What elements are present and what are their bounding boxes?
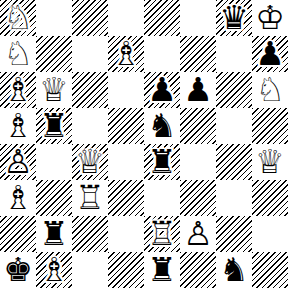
square-b2[interactable]: ♜ xyxy=(36,216,72,252)
square-e2[interactable]: ♖ xyxy=(144,216,180,252)
square-c1[interactable] xyxy=(72,252,108,288)
piece-white-bishop: ♗ xyxy=(3,108,33,144)
square-h7[interactable]: ♟ xyxy=(252,36,288,72)
piece-white-queen: ♕ xyxy=(255,144,285,180)
square-f7[interactable] xyxy=(180,36,216,72)
square-h1[interactable] xyxy=(252,252,288,288)
square-e6[interactable]: ♟ xyxy=(144,72,180,108)
square-a8[interactable]: ♘ xyxy=(0,0,36,36)
square-a4[interactable]: ♙ xyxy=(0,144,36,180)
square-c2[interactable] xyxy=(72,216,108,252)
square-c3[interactable]: ♖ xyxy=(72,180,108,216)
piece-white-knight: ♘ xyxy=(3,0,33,36)
square-c6[interactable] xyxy=(72,72,108,108)
square-c4[interactable]: ♕ xyxy=(72,144,108,180)
square-f1[interactable] xyxy=(180,252,216,288)
piece-black-pawn: ♟ xyxy=(147,72,177,108)
chess-board: ♘♛♔♘♗♟♗♕♟♟♘♗♜♞♙♕♜♕♗♖♜♖♙♚♗♜♞ xyxy=(0,0,288,288)
square-a2[interactable] xyxy=(0,216,36,252)
square-d4[interactable] xyxy=(108,144,144,180)
square-c8[interactable] xyxy=(72,0,108,36)
piece-black-knight: ♞ xyxy=(147,108,177,144)
square-d1[interactable] xyxy=(108,252,144,288)
piece-white-knight: ♘ xyxy=(3,36,33,72)
square-b7[interactable] xyxy=(36,36,72,72)
square-f5[interactable] xyxy=(180,108,216,144)
piece-black-king: ♚ xyxy=(3,252,33,288)
square-b3[interactable] xyxy=(36,180,72,216)
square-b5[interactable]: ♜ xyxy=(36,108,72,144)
square-c5[interactable] xyxy=(72,108,108,144)
square-d5[interactable] xyxy=(108,108,144,144)
piece-black-knight: ♞ xyxy=(219,252,249,288)
piece-black-rook: ♜ xyxy=(39,108,69,144)
square-a5[interactable]: ♗ xyxy=(0,108,36,144)
square-h8[interactable]: ♔ xyxy=(252,0,288,36)
piece-black-queen: ♛ xyxy=(219,0,249,36)
square-f2[interactable]: ♙ xyxy=(180,216,216,252)
square-d6[interactable] xyxy=(108,72,144,108)
square-e3[interactable] xyxy=(144,180,180,216)
square-a1[interactable]: ♚ xyxy=(0,252,36,288)
square-g1[interactable]: ♞ xyxy=(216,252,252,288)
square-f8[interactable] xyxy=(180,0,216,36)
square-c7[interactable] xyxy=(72,36,108,72)
square-h3[interactable] xyxy=(252,180,288,216)
square-e7[interactable] xyxy=(144,36,180,72)
square-g8[interactable]: ♛ xyxy=(216,0,252,36)
square-a3[interactable]: ♗ xyxy=(0,180,36,216)
square-a6[interactable]: ♗ xyxy=(0,72,36,108)
square-e5[interactable]: ♞ xyxy=(144,108,180,144)
square-e1[interactable]: ♜ xyxy=(144,252,180,288)
piece-black-rook: ♜ xyxy=(147,252,177,288)
piece-white-knight: ♘ xyxy=(255,72,285,108)
piece-white-king: ♔ xyxy=(255,0,285,36)
chess-diagram: ♘♛♔♘♗♟♗♕♟♟♘♗♜♞♙♕♜♕♗♖♜♖♙♚♗♜♞ xyxy=(0,0,288,288)
square-f4[interactable] xyxy=(180,144,216,180)
square-d7[interactable]: ♗ xyxy=(108,36,144,72)
square-g7[interactable] xyxy=(216,36,252,72)
piece-black-rook: ♜ xyxy=(39,216,69,252)
square-h4[interactable]: ♕ xyxy=(252,144,288,180)
square-b8[interactable] xyxy=(36,0,72,36)
piece-white-pawn: ♙ xyxy=(3,144,33,180)
square-f3[interactable] xyxy=(180,180,216,216)
square-g3[interactable] xyxy=(216,180,252,216)
piece-white-bishop: ♗ xyxy=(3,72,33,108)
piece-white-bishop: ♗ xyxy=(39,252,69,288)
piece-white-queen: ♕ xyxy=(75,144,105,180)
square-d8[interactable] xyxy=(108,0,144,36)
square-g2[interactable] xyxy=(216,216,252,252)
piece-black-pawn: ♟ xyxy=(255,36,285,72)
square-g5[interactable] xyxy=(216,108,252,144)
square-h2[interactable] xyxy=(252,216,288,252)
piece-black-pawn: ♟ xyxy=(183,72,213,108)
square-h6[interactable]: ♘ xyxy=(252,72,288,108)
square-h5[interactable] xyxy=(252,108,288,144)
square-b4[interactable] xyxy=(36,144,72,180)
square-g4[interactable] xyxy=(216,144,252,180)
piece-white-rook: ♖ xyxy=(147,216,177,252)
square-f6[interactable]: ♟ xyxy=(180,72,216,108)
square-g6[interactable] xyxy=(216,72,252,108)
square-e8[interactable] xyxy=(144,0,180,36)
square-a7[interactable]: ♘ xyxy=(0,36,36,72)
piece-white-bishop: ♗ xyxy=(111,36,141,72)
piece-white-queen: ♕ xyxy=(39,72,69,108)
square-d3[interactable] xyxy=(108,180,144,216)
square-e4[interactable]: ♜ xyxy=(144,144,180,180)
piece-white-bishop: ♗ xyxy=(3,180,33,216)
piece-white-rook: ♖ xyxy=(75,180,105,216)
piece-black-rook: ♜ xyxy=(147,144,177,180)
piece-white-pawn: ♙ xyxy=(183,216,213,252)
square-b6[interactable]: ♕ xyxy=(36,72,72,108)
square-b1[interactable]: ♗ xyxy=(36,252,72,288)
square-d2[interactable] xyxy=(108,216,144,252)
